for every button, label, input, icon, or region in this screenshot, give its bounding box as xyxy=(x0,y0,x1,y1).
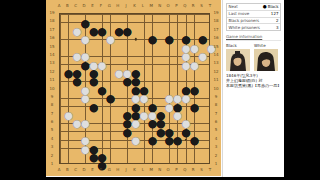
info-row-white-prisoners: White prisoners 3 xyxy=(227,24,280,30)
row-label-right: 8 xyxy=(215,103,218,107)
column-label-bottom: M xyxy=(150,168,153,172)
row-label-right: 16 xyxy=(213,36,218,40)
row-label-left: 19 xyxy=(49,11,54,15)
black-stone: ● xyxy=(198,35,207,44)
column-label-bottom: G xyxy=(108,168,111,172)
white-prisoners-value: 3 xyxy=(276,25,279,30)
column-label-bottom: E xyxy=(91,168,94,172)
column-label-bottom: Q xyxy=(183,168,186,172)
row-label-right: 4 xyxy=(215,137,218,141)
black-stone: ● xyxy=(89,77,98,86)
white-stone: ● xyxy=(81,119,90,128)
column-label-top: D xyxy=(83,4,86,8)
row-label-left: 17 xyxy=(49,28,54,32)
black-player-portrait xyxy=(226,49,250,71)
column-label-top: S xyxy=(200,4,203,8)
board-grid[interactable]: ●●●●●●●●●●●●●●●●●●●●●●●●●●●●●●●●●●●●●●●●… xyxy=(59,13,210,164)
column-label-top: R xyxy=(192,4,195,8)
row-label-right: 14 xyxy=(213,53,218,57)
column-label-top: J xyxy=(126,4,127,8)
row-label-left: 15 xyxy=(49,45,54,49)
black-turn-icon: ● xyxy=(263,5,267,9)
game-info-table: Next ● Black Last move 127 Black prisone… xyxy=(226,3,281,31)
column-label-top: F xyxy=(100,4,102,8)
column-label-top: O xyxy=(166,4,169,8)
column-label-bottom: R xyxy=(192,168,195,172)
white-stone: ● xyxy=(182,94,191,103)
column-label-top: B xyxy=(66,4,69,8)
black-stone: ● xyxy=(98,85,107,94)
white-stone: ● xyxy=(81,35,90,44)
white-stone: ● xyxy=(190,43,199,52)
white-stone: ● xyxy=(173,110,182,119)
white-player-portrait xyxy=(254,49,278,71)
letterbox-bar xyxy=(0,177,320,180)
next-label: Next xyxy=(229,4,238,9)
column-label-top: G xyxy=(108,4,111,8)
column-label-bottom: T xyxy=(209,168,211,172)
column-label-bottom: D xyxy=(83,168,86,172)
row-label-left: 12 xyxy=(49,70,54,74)
row-label-left: 16 xyxy=(49,36,54,40)
white-stone: ● xyxy=(140,94,149,103)
player-white: White xyxy=(254,43,278,71)
column-label-bottom: S xyxy=(200,168,203,172)
row-label-right: 5 xyxy=(215,128,218,132)
black-stone: ● xyxy=(148,136,157,145)
last-move-label: Last move xyxy=(229,11,250,16)
column-label-top: A xyxy=(58,4,61,8)
row-label-left: 6 xyxy=(51,120,54,124)
video-frame: { "game": "go", "board": { "size": 19, "… xyxy=(0,0,320,180)
black-stone: ● xyxy=(165,35,174,44)
column-label-top: P xyxy=(175,4,177,8)
white-stone: ● xyxy=(198,52,207,61)
row-label-left: 8 xyxy=(51,103,54,107)
player-black: Black xyxy=(226,43,250,71)
column-label-bottom: H xyxy=(116,168,119,172)
row-label-left: 5 xyxy=(51,128,54,132)
column-label-top: E xyxy=(91,4,94,8)
portrait-white-icon xyxy=(254,49,278,71)
column-label-bottom: C xyxy=(74,168,77,172)
white-stone: ● xyxy=(131,136,140,145)
black-stone: ● xyxy=(106,94,115,103)
black-stone: ● xyxy=(123,26,132,35)
info-row-black-prisoners: Black prisoners 2 xyxy=(227,18,280,25)
column-label-bottom: A xyxy=(58,168,61,172)
row-label-right: 1 xyxy=(215,162,218,166)
black-stone: ● xyxy=(81,18,90,27)
info-panel: Next ● Black Last move 127 Black prisone… xyxy=(222,0,284,177)
black-stone: ● xyxy=(173,136,182,145)
black-stone: ● xyxy=(72,77,81,86)
next-value: Black xyxy=(268,4,279,9)
column-label-top: N xyxy=(158,4,161,8)
row-label-right: 15 xyxy=(213,45,218,49)
column-label-top: K xyxy=(133,4,136,8)
black-stone: ● xyxy=(190,85,199,94)
white-stone: ● xyxy=(81,94,90,103)
column-label-bottom: L xyxy=(142,168,144,172)
row-label-right: 17 xyxy=(213,28,218,32)
row-label-right: 7 xyxy=(215,112,218,116)
column-label-bottom: N xyxy=(158,168,161,172)
row-label-left: 10 xyxy=(49,87,54,91)
white-stone: ● xyxy=(106,35,115,44)
info-row-next: Next ● Black xyxy=(227,4,280,11)
row-label-right: 9 xyxy=(215,95,218,99)
star-point xyxy=(134,38,136,40)
row-label-right: 3 xyxy=(215,145,218,149)
white-stone: ● xyxy=(72,26,81,35)
row-label-left: 11 xyxy=(49,78,54,82)
column-label-top: Q xyxy=(183,4,186,8)
column-label-top: T xyxy=(209,4,211,8)
black-stone: ● xyxy=(182,127,191,136)
white-prisoners-label: White prisoners xyxy=(229,25,260,30)
row-label-left: 1 xyxy=(51,162,54,166)
row-label-left: 9 xyxy=(51,95,54,99)
game-caption: 1846年(弘化3年) 井上幻庵因碩(白) 対 本因坊秀策(黒)【耳赤の一局】 xyxy=(226,73,281,88)
row-label-right: 19 xyxy=(213,11,218,15)
white-stone: ● xyxy=(190,60,199,69)
row-label-left: 18 xyxy=(49,19,54,23)
info-row-last-move: Last move 127 xyxy=(227,11,280,18)
column-label-bottom: B xyxy=(66,168,69,172)
black-stone: ● xyxy=(190,102,199,111)
black-stone: ● xyxy=(98,26,107,35)
row-label-right: 10 xyxy=(213,87,218,91)
black-stone: ● xyxy=(148,35,157,44)
row-label-left: 3 xyxy=(51,145,54,149)
row-label-left: 4 xyxy=(51,137,54,141)
column-label-top: C xyxy=(74,4,77,8)
black-stone: ● xyxy=(190,136,199,145)
black-prisoners-value: 2 xyxy=(276,18,279,23)
black-player-label: Black xyxy=(226,43,250,48)
last-move-value: 127 xyxy=(271,11,279,16)
game-information-link[interactable]: Game information xyxy=(226,34,281,42)
row-label-right: 2 xyxy=(215,154,218,158)
row-label-left: 14 xyxy=(49,53,54,57)
portrait-black-icon xyxy=(226,49,250,71)
column-label-bottom: P xyxy=(175,168,177,172)
row-label-right: 11 xyxy=(213,78,218,82)
row-label-right: 13 xyxy=(213,61,218,65)
column-label-top: L xyxy=(142,4,144,8)
black-prisoners-label: Black prisoners xyxy=(229,18,260,23)
white-stone: ● xyxy=(98,60,107,69)
column-label-top: H xyxy=(116,4,119,8)
column-label-bottom: J xyxy=(126,168,127,172)
row-label-left: 7 xyxy=(51,112,54,116)
row-label-right: 12 xyxy=(213,70,218,74)
row-label-right: 6 xyxy=(215,120,218,124)
goban: ●●●●●●●●●●●●●●●●●●●●●●●●●●●●●●●●●●●●●●●●… xyxy=(46,0,221,176)
caption-line-3: 本因坊秀策(黒)【耳赤の一局】 xyxy=(226,83,281,88)
column-label-bottom: K xyxy=(133,168,136,172)
column-label-bottom: O xyxy=(166,168,169,172)
star-point xyxy=(185,139,187,141)
row-label-left: 13 xyxy=(49,61,54,65)
white-stone: ● xyxy=(64,110,73,119)
black-stone: ● xyxy=(89,102,98,111)
row-label-right: 18 xyxy=(213,19,218,23)
column-label-top: M xyxy=(150,4,153,8)
white-stone: ● xyxy=(131,119,140,128)
row-label-left: 2 xyxy=(51,154,54,158)
column-label-bottom: F xyxy=(100,168,102,172)
black-stone: ● xyxy=(123,127,132,136)
white-player-label: White xyxy=(254,43,278,48)
